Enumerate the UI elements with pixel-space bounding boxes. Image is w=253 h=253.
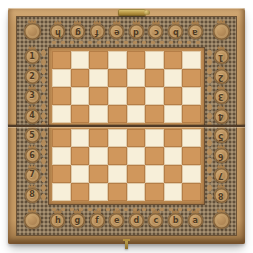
square-e3[interactable] [108,87,127,105]
square-e8[interactable] [108,183,127,201]
square-g7[interactable] [71,165,90,183]
pomegranate-medallion-icon: 4 [25,109,40,124]
square-g3[interactable] [71,87,90,105]
square-a1[interactable] [182,51,201,69]
square-e5[interactable] [108,129,127,147]
square-b6[interactable] [164,147,183,165]
square-b8[interactable] [164,183,183,201]
file-label-bottom-g: g [68,205,88,236]
rank-label-left-2: 2 [16,67,48,87]
square-c1[interactable] [145,51,164,69]
pomegranate-medallion-icon: 5 [214,128,229,143]
file-label-bottom-c: c [146,205,166,236]
file-label-top-b: b [166,16,186,47]
rank-label-left-5: 5 [16,126,48,146]
square-c3[interactable] [145,87,164,105]
square-h4[interactable] [52,105,71,123]
corner-motif-bottom-left [16,205,48,236]
rank-label-left-4: 4 [16,106,48,126]
rank-label-right-6: 6 [205,146,237,166]
pomegranate-medallion-icon: 6 [214,148,229,163]
corner-motif-top-right [205,16,237,47]
brass-clasp-icon [118,9,146,16]
corner-motif-bottom-right [205,205,237,236]
pomegranate-medallion-icon: d [129,213,144,228]
square-g5[interactable] [71,129,90,147]
rank-label-left-8: 8 [16,185,48,205]
square-b5[interactable] [164,129,183,147]
square-c7[interactable] [145,165,164,183]
square-b7[interactable] [164,165,183,183]
square-d5[interactable] [127,129,146,147]
square-f4[interactable] [89,105,108,123]
rank-label-left-3: 3 [16,87,48,107]
file-labels-top: hgfedcba [48,16,205,47]
square-h3[interactable] [52,87,71,105]
pomegranate-icon [213,23,230,40]
file-label-bottom-h: h [48,205,68,236]
square-e6[interactable] [108,147,127,165]
fold-seam [8,125,245,127]
pomegranate-icon [24,23,41,40]
pomegranate-medallion-icon: a [188,213,203,228]
square-d3[interactable] [127,87,146,105]
square-h8[interactable] [52,183,71,201]
file-label-top-e: e [107,16,127,47]
pomegranate-medallion-icon: 8 [214,188,229,203]
square-d8[interactable] [127,183,146,201]
square-a6[interactable] [182,147,201,165]
corner-motif-top-left [16,16,48,47]
pomegranate-icon [24,212,41,229]
pomegranate-medallion-icon: b [168,24,183,39]
pomegranate-medallion-icon: f [90,213,105,228]
square-g6[interactable] [71,147,90,165]
square-a4[interactable] [182,105,201,123]
pomegranate-medallion-icon: h [50,24,65,39]
pomegranate-medallion-icon: f [90,24,105,39]
square-g1[interactable] [71,51,90,69]
square-e4[interactable] [108,105,127,123]
square-f8[interactable] [89,183,108,201]
file-label-top-d: d [127,16,147,47]
square-c5[interactable] [145,129,164,147]
square-h2[interactable] [52,69,71,87]
rank-label-left-7: 7 [16,166,48,186]
square-d4[interactable] [127,105,146,123]
file-label-bottom-e: e [107,205,127,236]
file-label-top-a: a [185,16,205,47]
pomegranate-medallion-icon: d [129,24,144,39]
pomegranate-medallion-icon: b [168,213,183,228]
square-h1[interactable] [52,51,71,69]
file-label-top-f: f [87,16,107,47]
pomegranate-medallion-icon: 2 [25,69,40,84]
pomegranate-medallion-icon: 6 [25,148,40,163]
square-d7[interactable] [127,165,146,183]
square-a3[interactable] [182,87,201,105]
rank-label-left-1: 1 [16,47,48,67]
file-label-bottom-f: f [87,205,107,236]
square-c4[interactable] [145,105,164,123]
rank-label-right-7: 7 [205,166,237,186]
pomegranate-medallion-icon: 8 [25,188,40,203]
square-e2[interactable] [108,69,127,87]
file-label-bottom-b: b [166,205,186,236]
square-e7[interactable] [108,165,127,183]
file-label-bottom-a: a [185,205,205,236]
square-f5[interactable] [89,129,108,147]
board-lower-half [52,129,201,201]
rank-label-right-1: 1 [205,47,237,67]
square-g2[interactable] [71,69,90,87]
square-c2[interactable] [145,69,164,87]
rank-label-right-5: 5 [205,126,237,146]
file-label-top-h: h [48,16,68,47]
pomegranate-medallion-icon: 7 [214,168,229,183]
chess-box: hgfedcba hgfedcba 12345678 12345678 [8,8,245,244]
square-f2[interactable] [89,69,108,87]
square-d2[interactable] [127,69,146,87]
pomegranate-medallion-icon: e [109,213,124,228]
rank-label-right-8: 8 [205,185,237,205]
file-label-top-c: c [146,16,166,47]
square-a5[interactable] [182,129,201,147]
product-photo-background: hgfedcba hgfedcba 12345678 12345678 [0,0,253,253]
pomegranate-medallion-icon: 3 [214,89,229,104]
brass-hinge-pin-icon [125,239,128,249]
file-label-top-g: g [68,16,88,47]
square-b4[interactable] [164,105,183,123]
file-labels-bottom: hgfedcba [48,205,205,236]
square-f7[interactable] [89,165,108,183]
rank-label-right-4: 4 [205,106,237,126]
square-h6[interactable] [52,147,71,165]
board-upper-half [52,51,201,123]
square-h5[interactable] [52,129,71,147]
pomegranate-medallion-icon: 1 [25,49,40,64]
square-b1[interactable] [164,51,183,69]
file-label-bottom-d: d [127,205,147,236]
square-b3[interactable] [164,87,183,105]
pomegranate-medallion-icon: 7 [25,168,40,183]
square-f3[interactable] [89,87,108,105]
pomegranate-medallion-icon: 1 [214,49,229,64]
square-f1[interactable] [89,51,108,69]
pomegranate-medallion-icon: 3 [25,89,40,104]
square-a2[interactable] [182,69,201,87]
square-g8[interactable] [71,183,90,201]
pomegranate-medallion-icon: e [109,24,124,39]
square-c8[interactable] [145,183,164,201]
rank-label-left-6: 6 [16,146,48,166]
rank-label-right-2: 2 [205,67,237,87]
square-a7[interactable] [182,165,201,183]
square-f6[interactable] [89,147,108,165]
rank-label-right-3: 3 [205,87,237,107]
pomegranate-medallion-icon: a [188,24,203,39]
square-d1[interactable] [127,51,146,69]
pomegranate-medallion-icon: c [148,24,163,39]
square-d6[interactable] [127,147,146,165]
pomegranate-medallion-icon: 4 [214,109,229,124]
square-c6[interactable] [145,147,164,165]
square-e1[interactable] [108,51,127,69]
pomegranate-medallion-icon: 5 [25,128,40,143]
square-g4[interactable] [71,105,90,123]
square-b2[interactable] [164,69,183,87]
square-a8[interactable] [182,183,201,201]
pomegranate-medallion-icon: h [50,213,65,228]
pomegranate-icon [213,212,230,229]
pomegranate-medallion-icon: g [70,213,85,228]
pomegranate-medallion-icon: g [70,24,85,39]
pomegranate-medallion-icon: c [148,213,163,228]
pomegranate-medallion-icon: 2 [214,69,229,84]
square-h7[interactable] [52,165,71,183]
